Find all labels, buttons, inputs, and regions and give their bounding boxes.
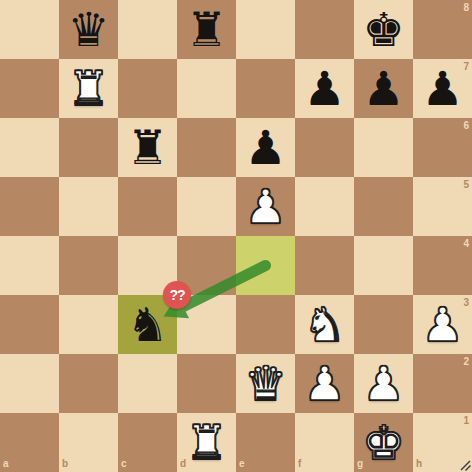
piece-black-rook[interactable]: ♜ [118,118,177,177]
square-a8[interactable] [0,0,59,59]
square-a2[interactable] [0,354,59,413]
rank-label-2: 2 [463,357,469,367]
piece-white-pawn[interactable]: ♟ [295,354,354,413]
piece-black-pawn[interactable]: ♟ [354,59,413,118]
square-c7[interactable] [118,59,177,118]
square-f8[interactable] [295,0,354,59]
square-a6[interactable] [0,118,59,177]
piece-white-king[interactable]: ♚ [354,413,413,472]
square-h7[interactable]: 7♟ [413,59,472,118]
square-f1[interactable]: f [295,413,354,472]
square-g1[interactable]: g♚ [354,413,413,472]
rank-label-1: 1 [463,416,469,426]
square-c4[interactable] [118,236,177,295]
square-b3[interactable] [59,295,118,354]
piece-white-rook[interactable]: ♜ [177,413,236,472]
piece-white-pawn[interactable]: ♟ [236,177,295,236]
square-a7[interactable] [0,59,59,118]
square-e2[interactable]: ♛ [236,354,295,413]
square-f4[interactable] [295,236,354,295]
square-b6[interactable] [59,118,118,177]
square-b4[interactable] [59,236,118,295]
square-b1[interactable]: b [59,413,118,472]
piece-white-queen[interactable]: ♛ [236,354,295,413]
square-b7[interactable]: ♜ [59,59,118,118]
square-e7[interactable] [236,59,295,118]
piece-white-pawn[interactable]: ♟ [413,295,472,354]
rank-label-6: 6 [463,121,469,131]
rank-label-5: 5 [463,180,469,190]
square-f6[interactable] [295,118,354,177]
file-label-e: e [239,459,245,469]
square-h3[interactable]: 3♟ [413,295,472,354]
square-c2[interactable] [118,354,177,413]
square-d6[interactable] [177,118,236,177]
square-h6[interactable]: 6 [413,118,472,177]
square-e8[interactable] [236,0,295,59]
square-e1[interactable]: e [236,413,295,472]
square-d7[interactable] [177,59,236,118]
square-e4[interactable] [236,236,295,295]
square-d1[interactable]: d♜ [177,413,236,472]
file-label-a: a [3,459,9,469]
square-c8[interactable] [118,0,177,59]
square-g4[interactable] [354,236,413,295]
square-d4[interactable] [177,236,236,295]
resize-handle-icon[interactable] [460,460,471,471]
piece-white-rook[interactable]: ♜ [59,59,118,118]
square-a3[interactable] [0,295,59,354]
rank-label-4: 4 [463,239,469,249]
square-b5[interactable] [59,177,118,236]
square-c6[interactable]: ♜ [118,118,177,177]
square-e5[interactable]: ♟ [236,177,295,236]
piece-white-knight[interactable]: ♞ [295,295,354,354]
square-f2[interactable]: ♟ [295,354,354,413]
square-g5[interactable] [354,177,413,236]
square-h5[interactable]: 5 [413,177,472,236]
square-c5[interactable] [118,177,177,236]
file-label-h: h [416,459,422,469]
piece-black-king[interactable]: ♚ [354,0,413,59]
square-e3[interactable] [236,295,295,354]
rank-label-8: 8 [463,3,469,13]
square-f5[interactable] [295,177,354,236]
square-d8[interactable]: ♜ [177,0,236,59]
piece-black-pawn[interactable]: ♟ [295,59,354,118]
square-h4[interactable]: 4 [413,236,472,295]
square-e6[interactable]: ♟ [236,118,295,177]
file-label-c: c [121,459,127,469]
square-c3[interactable]: ♞ [118,295,177,354]
square-g2[interactable]: ♟ [354,354,413,413]
square-d3[interactable] [177,295,236,354]
file-label-b: b [62,459,68,469]
square-a4[interactable] [0,236,59,295]
square-d5[interactable] [177,177,236,236]
square-f3[interactable]: ♞ [295,295,354,354]
square-g6[interactable] [354,118,413,177]
piece-black-knight[interactable]: ♞ [118,295,177,354]
piece-black-rook[interactable]: ♜ [177,0,236,59]
square-b8[interactable]: ♛ [59,0,118,59]
square-b2[interactable] [59,354,118,413]
square-a5[interactable] [0,177,59,236]
square-g8[interactable]: ♚ [354,0,413,59]
square-h8[interactable]: 8 [413,0,472,59]
square-a1[interactable]: a [0,413,59,472]
piece-black-pawn[interactable]: ♟ [413,59,472,118]
file-label-f: f [298,459,301,469]
square-d2[interactable] [177,354,236,413]
piece-black-pawn[interactable]: ♟ [236,118,295,177]
piece-black-queen[interactable]: ♛ [59,0,118,59]
square-h2[interactable]: 2 [413,354,472,413]
square-g7[interactable]: ♟ [354,59,413,118]
piece-white-pawn[interactable]: ♟ [354,354,413,413]
square-f7[interactable]: ♟ [295,59,354,118]
chess-board: ♛♜♚8♜♟♟7♟♜♟6♟54♞♞3♟♛♟♟2abcd♜efg♚h1 ?? [0,0,472,472]
square-g3[interactable] [354,295,413,354]
square-c1[interactable]: c [118,413,177,472]
